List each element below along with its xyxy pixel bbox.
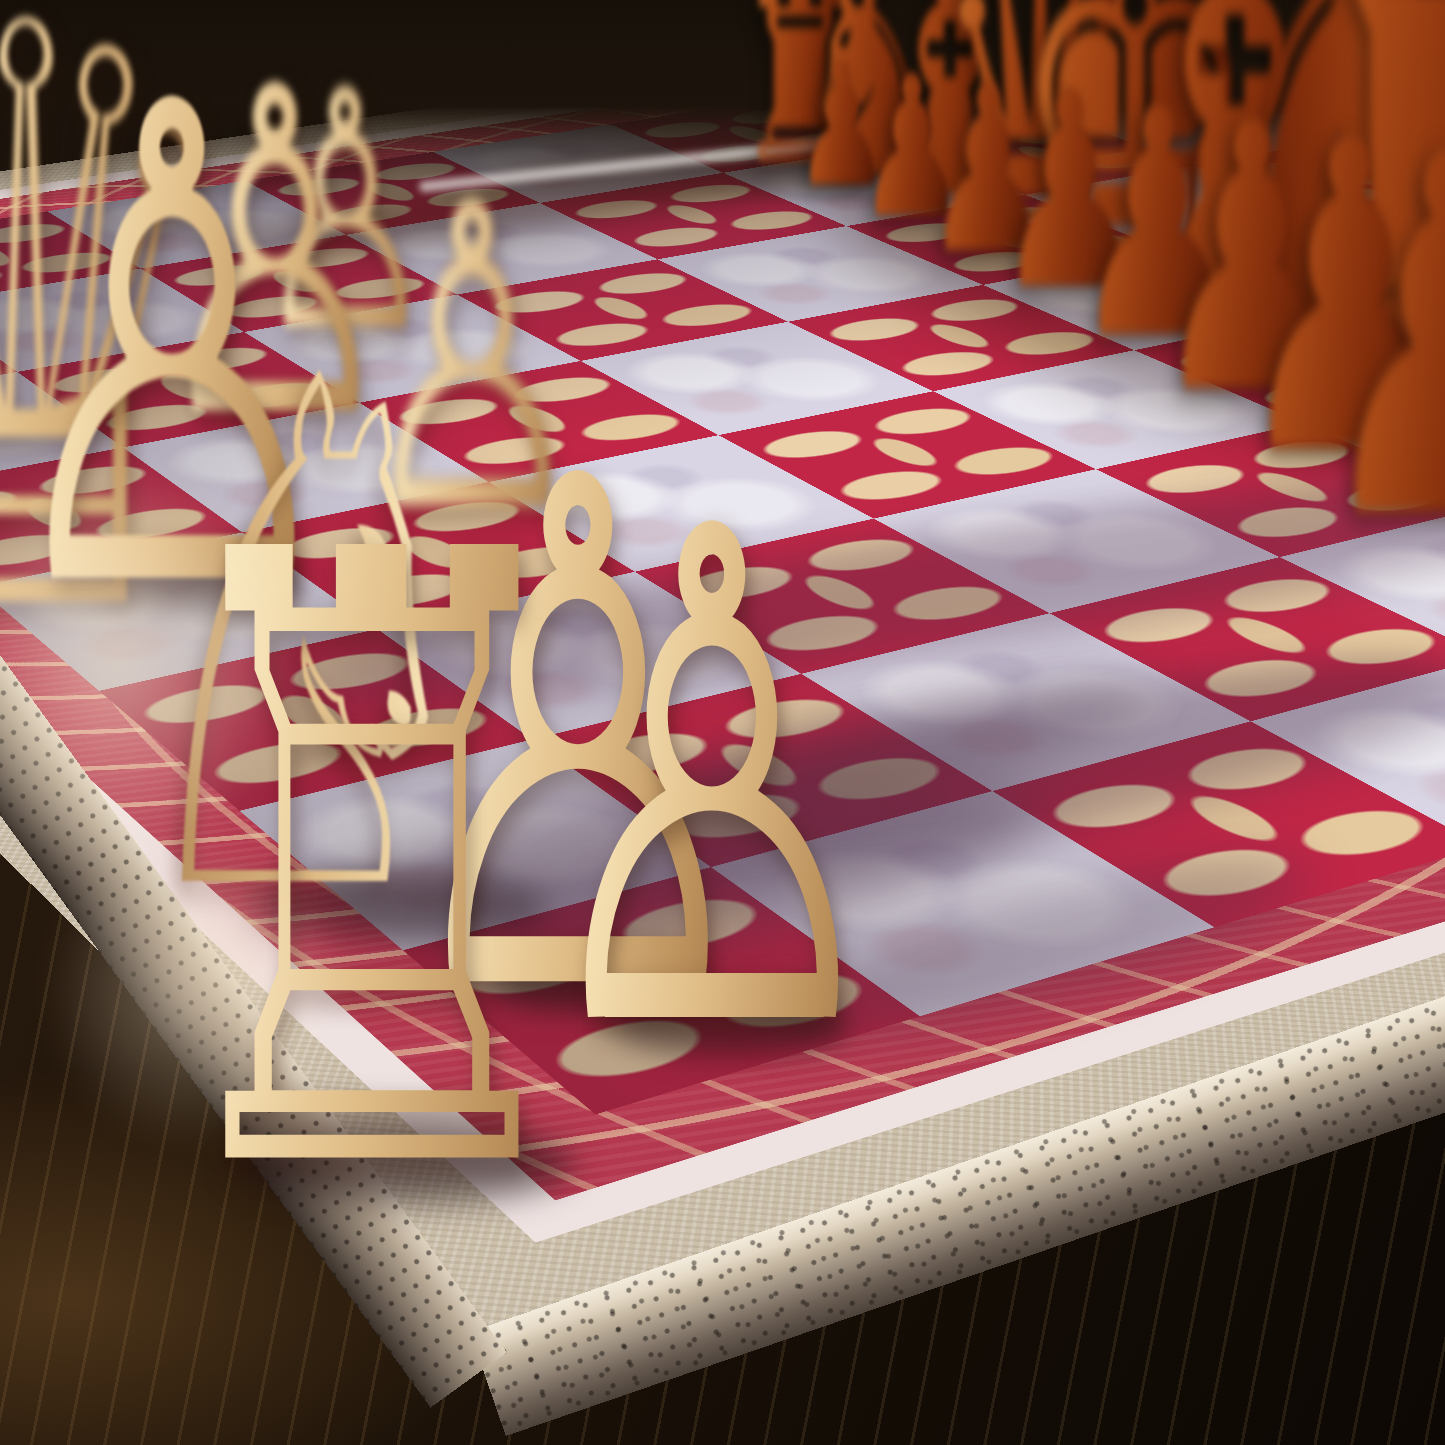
chess-photo-scene: ♜ ♞ ♝ ♛ ♚ ♝ ♞ ♜ ♟ ♟ ♟ ♟ ♟ ♟ ♟ ♟ ♙ ♙ ♙ ♕ …	[0, 0, 1445, 1445]
white-rook[interactable]: ♖	[139, 446, 606, 1286]
black-pawn[interactable]: ♟	[1309, 88, 1445, 588]
